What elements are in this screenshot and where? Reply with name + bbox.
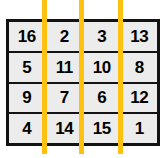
cell-r4c2: 14 [47, 114, 83, 143]
cell-r2c2: 11 [47, 53, 83, 82]
cell-r3c4: 12 [122, 84, 158, 113]
cell-r1c1: 16 [9, 22, 45, 51]
cell-r4c1: 4 [9, 114, 45, 143]
cell-r3c3: 6 [84, 84, 120, 113]
cell-r3c1: 9 [9, 84, 45, 113]
column-highlight-line-2 [79, 0, 84, 154]
cell-r3c2: 7 [47, 84, 83, 113]
magic-square-diagram: 16231351110897612414151 [0, 0, 164, 158]
column-highlight-line-3 [118, 0, 123, 154]
cell-r2c4: 8 [122, 53, 158, 82]
cell-r2c3: 10 [84, 53, 120, 82]
cell-r2c1: 5 [9, 53, 45, 82]
cell-r4c3: 15 [84, 114, 120, 143]
cell-r1c4: 13 [122, 22, 158, 51]
cell-r4c4: 1 [122, 114, 158, 143]
cell-r1c2: 2 [47, 22, 83, 51]
cell-r1c3: 3 [84, 22, 120, 51]
column-highlight-line-1 [42, 0, 47, 154]
